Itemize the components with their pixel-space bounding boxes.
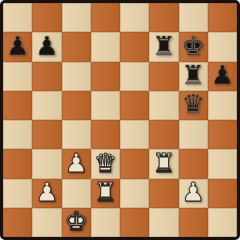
square-b8[interactable]	[32, 3, 61, 32]
square-g2[interactable]: ♟	[179, 179, 208, 208]
square-g4[interactable]	[179, 120, 208, 149]
square-b4[interactable]	[32, 120, 61, 149]
piece-white-queen: ♛	[94, 150, 117, 176]
square-c5[interactable]	[62, 91, 91, 120]
square-d4[interactable]	[91, 120, 120, 149]
square-a4[interactable]	[3, 120, 32, 149]
square-f2[interactable]	[149, 179, 178, 208]
square-a3[interactable]	[3, 149, 32, 178]
piece-black-king: ♚	[181, 33, 204, 59]
square-f7[interactable]: ♜	[149, 32, 178, 61]
square-e5[interactable]	[120, 91, 149, 120]
square-a8[interactable]	[3, 3, 32, 32]
piece-white-rook: ♜	[94, 179, 117, 205]
piece-black-rook: ♜	[152, 33, 175, 59]
square-f3[interactable]: ♜	[149, 149, 178, 178]
chess-board: ♟♟♜♚♜♟♛♟♛♜♟♜♟♚	[3, 3, 237, 237]
piece-white-king: ♚	[64, 208, 87, 234]
square-h6[interactable]: ♟	[208, 62, 237, 91]
square-b5[interactable]	[32, 91, 61, 120]
piece-white-pawn: ♟	[35, 179, 58, 205]
square-d2[interactable]: ♜	[91, 179, 120, 208]
square-g6[interactable]: ♜	[179, 62, 208, 91]
square-a1[interactable]	[3, 208, 32, 237]
square-c7[interactable]	[62, 32, 91, 61]
piece-white-rook: ♜	[152, 150, 175, 176]
square-e4[interactable]	[120, 120, 149, 149]
square-h5[interactable]	[208, 91, 237, 120]
square-h8[interactable]	[208, 3, 237, 32]
square-b6[interactable]	[32, 62, 61, 91]
square-d7[interactable]	[91, 32, 120, 61]
square-c4[interactable]	[62, 120, 91, 149]
square-g5[interactable]: ♛	[179, 91, 208, 120]
square-d5[interactable]	[91, 91, 120, 120]
square-c1[interactable]: ♚	[62, 208, 91, 237]
square-h4[interactable]	[208, 120, 237, 149]
square-h3[interactable]	[208, 149, 237, 178]
square-a5[interactable]	[3, 91, 32, 120]
square-c8[interactable]	[62, 3, 91, 32]
piece-white-pawn: ♟	[64, 150, 87, 176]
piece-black-pawn: ♟	[211, 62, 234, 88]
piece-white-pawn: ♟	[181, 179, 204, 205]
piece-black-rook: ♜	[181, 62, 204, 88]
square-c3[interactable]: ♟	[62, 149, 91, 178]
square-d3[interactable]: ♛	[91, 149, 120, 178]
square-g8[interactable]	[179, 3, 208, 32]
square-g7[interactable]: ♚	[179, 32, 208, 61]
square-f4[interactable]	[149, 120, 178, 149]
square-e7[interactable]	[120, 32, 149, 61]
square-h1[interactable]	[208, 208, 237, 237]
square-f6[interactable]	[149, 62, 178, 91]
square-d1[interactable]	[91, 208, 120, 237]
square-b7[interactable]: ♟	[32, 32, 61, 61]
square-e8[interactable]	[120, 3, 149, 32]
square-d8[interactable]	[91, 3, 120, 32]
piece-black-pawn: ♟	[35, 33, 58, 59]
piece-black-pawn: ♟	[6, 33, 29, 59]
square-b1[interactable]	[32, 208, 61, 237]
chess-board-frame: ♟♟♜♚♜♟♛♟♛♜♟♜♟♚	[0, 0, 240, 240]
square-e6[interactable]	[120, 62, 149, 91]
square-a7[interactable]: ♟	[3, 32, 32, 61]
square-e1[interactable]	[120, 208, 149, 237]
square-g3[interactable]	[179, 149, 208, 178]
square-d6[interactable]	[91, 62, 120, 91]
square-h7[interactable]	[208, 32, 237, 61]
piece-black-queen: ♛	[181, 91, 204, 117]
square-a6[interactable]	[3, 62, 32, 91]
square-e3[interactable]	[120, 149, 149, 178]
square-f5[interactable]	[149, 91, 178, 120]
square-b2[interactable]: ♟	[32, 179, 61, 208]
square-a2[interactable]	[3, 179, 32, 208]
square-c2[interactable]	[62, 179, 91, 208]
square-e2[interactable]	[120, 179, 149, 208]
square-c6[interactable]	[62, 62, 91, 91]
square-h2[interactable]	[208, 179, 237, 208]
square-b3[interactable]	[32, 149, 61, 178]
square-g1[interactable]	[179, 208, 208, 237]
square-f1[interactable]	[149, 208, 178, 237]
square-f8[interactable]	[149, 3, 178, 32]
